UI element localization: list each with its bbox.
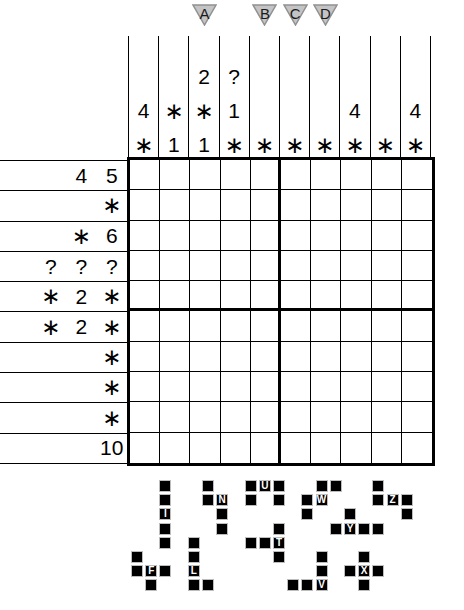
col-clue: ∗ bbox=[220, 126, 249, 160]
col-clue: ∗ bbox=[189, 92, 218, 126]
col-clue: ∗ bbox=[310, 126, 339, 160]
marker-letter: D bbox=[313, 5, 338, 22]
pentomino-letter: F bbox=[148, 566, 154, 576]
grid-cell[interactable] bbox=[311, 190, 341, 220]
pentomino-square-t bbox=[259, 537, 271, 549]
col-clue: ∗ bbox=[340, 126, 369, 160]
grid-cell[interactable] bbox=[402, 281, 432, 311]
pentomino-letter: T bbox=[276, 538, 282, 548]
pentomino-letter: L bbox=[191, 566, 197, 576]
row-clue: 5 bbox=[97, 164, 128, 188]
pentomino-square-n: N bbox=[216, 494, 228, 506]
column-marker-a: A bbox=[192, 4, 217, 26]
pentomino-square-w: W bbox=[316, 494, 328, 506]
grid-cell[interactable] bbox=[341, 372, 371, 402]
pentomino-square-i bbox=[159, 480, 171, 492]
pentomino-square-z: Z bbox=[387, 494, 399, 506]
pentomino-square-l bbox=[188, 579, 200, 591]
grid-cell[interactable] bbox=[221, 160, 251, 190]
grid-cell[interactable] bbox=[130, 372, 160, 402]
pentomino-square-u: U bbox=[259, 480, 271, 492]
grid-cell[interactable] bbox=[402, 160, 432, 190]
row-clue-row: 45 bbox=[0, 161, 127, 191]
grid-cell[interactable] bbox=[372, 251, 402, 281]
pentomino-square-u bbox=[273, 494, 285, 506]
pentomino-letter: Z bbox=[390, 495, 396, 505]
col-clue: ? bbox=[220, 58, 249, 92]
col-clue-column: ∗ bbox=[371, 36, 401, 160]
grid-cell[interactable] bbox=[281, 311, 311, 341]
row-clue: 2 bbox=[66, 315, 97, 339]
pentomino-letter: V bbox=[318, 580, 325, 590]
pentomino-letter: W bbox=[317, 495, 326, 505]
grid-cell[interactable] bbox=[160, 281, 190, 311]
column-marker-c: C bbox=[283, 4, 308, 26]
pentomino-letter: Y bbox=[347, 524, 354, 534]
col-clue-column: ∗ bbox=[310, 36, 340, 160]
pentomino-square-f bbox=[131, 565, 143, 577]
pentomino-square-y bbox=[344, 508, 356, 520]
col-clue: ∗ bbox=[401, 126, 430, 160]
grid-cell[interactable] bbox=[251, 190, 281, 220]
grid-cell[interactable] bbox=[311, 402, 341, 432]
pentomino-square-u bbox=[245, 494, 257, 506]
row-clue: ∗ bbox=[97, 344, 128, 371]
pentomino-square-t bbox=[245, 537, 257, 549]
pentomino-letter: N bbox=[219, 495, 226, 505]
grid-cell[interactable] bbox=[372, 342, 402, 372]
row-clue: 6 bbox=[97, 224, 128, 248]
grid-cell[interactable] bbox=[251, 251, 281, 281]
pentomino-square-f bbox=[131, 551, 143, 563]
grid-cell[interactable] bbox=[311, 281, 341, 311]
grid-cell[interactable] bbox=[311, 433, 341, 463]
pentomino-square-v: V bbox=[316, 579, 328, 591]
grid-cell[interactable] bbox=[130, 160, 160, 190]
col-clue: 4 bbox=[129, 92, 158, 126]
pentomino-square-t bbox=[273, 551, 285, 563]
grid-cell[interactable] bbox=[190, 190, 220, 220]
grid-cell[interactable] bbox=[311, 372, 341, 402]
grid-cell[interactable] bbox=[221, 402, 251, 432]
row-clue: ∗ bbox=[97, 374, 128, 401]
col-clue: 4 bbox=[340, 92, 369, 126]
grid-cell[interactable] bbox=[130, 342, 160, 372]
grid-cell[interactable] bbox=[251, 221, 281, 251]
grid-cell[interactable] bbox=[221, 221, 251, 251]
grid-cell[interactable] bbox=[402, 433, 432, 463]
pentomino-square-l bbox=[188, 537, 200, 549]
grid-cell[interactable] bbox=[402, 342, 432, 372]
pentomino-square-t bbox=[273, 523, 285, 535]
grid-cell[interactable] bbox=[160, 402, 190, 432]
row-clue-row: ∗ bbox=[0, 343, 127, 373]
pentomino-square-z bbox=[401, 508, 413, 520]
grid-cell[interactable] bbox=[372, 160, 402, 190]
grid-cell[interactable] bbox=[402, 402, 432, 432]
grid-cell[interactable] bbox=[311, 342, 341, 372]
column-clues: 4∗∗12∗1?1∗∗∗∗4∗∗4∗ bbox=[128, 36, 431, 160]
col-clue-column: ∗ bbox=[280, 36, 310, 160]
pentomino-square-x: X bbox=[358, 565, 370, 577]
row-clue: 4 bbox=[66, 164, 97, 188]
grid-cell[interactable] bbox=[160, 311, 190, 341]
col-clue: 1 bbox=[189, 126, 218, 160]
row-clue: ? bbox=[66, 255, 97, 279]
pentomino-square-z bbox=[372, 480, 384, 492]
row-clue-row: ∗ bbox=[0, 373, 127, 403]
grid-cell[interactable] bbox=[160, 342, 190, 372]
row-clue: ∗ bbox=[97, 283, 128, 310]
row-clue-row: ∗6 bbox=[0, 222, 127, 252]
pentomino-letter: X bbox=[361, 566, 368, 576]
pentomino-square-u bbox=[245, 480, 257, 492]
pentomino-square-x bbox=[358, 579, 370, 591]
grid-cell[interactable] bbox=[341, 402, 371, 432]
pentomino-square-x bbox=[372, 565, 384, 577]
pentomino-square-x bbox=[358, 551, 370, 563]
col-clue-column: ∗1 bbox=[159, 36, 189, 160]
grid-cell[interactable] bbox=[160, 190, 190, 220]
grid-cell[interactable] bbox=[251, 342, 281, 372]
column-marker-b: B bbox=[252, 4, 277, 26]
col-clue-column: 4∗ bbox=[401, 36, 431, 160]
grid-cell[interactable] bbox=[190, 372, 220, 402]
grid-cell[interactable] bbox=[281, 251, 311, 281]
col-clue: ∗ bbox=[371, 126, 400, 160]
col-clue: ∗ bbox=[250, 126, 279, 160]
col-clue: ∗ bbox=[129, 126, 158, 160]
marker-letter: C bbox=[283, 5, 308, 22]
pentomino-square-y bbox=[330, 523, 342, 535]
grid-cell[interactable] bbox=[281, 433, 311, 463]
grid-cell[interactable] bbox=[251, 433, 281, 463]
row-clue-row: ∗2∗ bbox=[0, 282, 127, 312]
pentomino-square-n bbox=[202, 494, 214, 506]
pentomino-square-i bbox=[159, 537, 171, 549]
pentomino-square-n bbox=[216, 523, 228, 535]
row-clues: 45∗∗6???∗2∗∗2∗∗∗∗10 bbox=[0, 160, 127, 464]
grid-cell[interactable] bbox=[281, 281, 311, 311]
pentomino-square-n bbox=[216, 508, 228, 520]
grid-cell[interactable] bbox=[281, 190, 311, 220]
pentomino-square-v bbox=[301, 579, 313, 591]
pentomino-square-i bbox=[159, 523, 171, 535]
pentomino-square-z bbox=[372, 494, 384, 506]
row-clue-row: 10 bbox=[0, 434, 127, 464]
grid-cell[interactable] bbox=[251, 160, 281, 190]
grid-cell[interactable] bbox=[402, 311, 432, 341]
pentomino-square-w bbox=[301, 508, 313, 520]
grid-cell[interactable] bbox=[221, 251, 251, 281]
row-clue: ∗ bbox=[97, 405, 128, 432]
grid-cell[interactable] bbox=[160, 160, 190, 190]
grid-cell[interactable] bbox=[341, 433, 371, 463]
pentomino-square-n bbox=[202, 480, 214, 492]
grid-cell[interactable] bbox=[221, 372, 251, 402]
grid-cell[interactable] bbox=[311, 251, 341, 281]
row-clue: ∗ bbox=[36, 314, 67, 341]
grid-cell[interactable] bbox=[372, 190, 402, 220]
pentomino-square-v bbox=[287, 579, 299, 591]
grid-cell[interactable] bbox=[311, 160, 341, 190]
grid-cell[interactable] bbox=[251, 402, 281, 432]
puzzle-page: ABCD 4∗∗12∗1?1∗∗∗∗4∗∗4∗ 45∗∗6???∗2∗∗2∗∗∗… bbox=[0, 0, 464, 610]
row-clue: ∗ bbox=[36, 283, 67, 310]
row-clue: ∗ bbox=[66, 223, 97, 250]
grid-cell[interactable] bbox=[130, 251, 160, 281]
grid-cell[interactable] bbox=[372, 281, 402, 311]
pentomino-square-t: T bbox=[273, 537, 285, 549]
row-clue: ∗ bbox=[97, 192, 128, 219]
row-clue-row: ∗ bbox=[0, 191, 127, 221]
grid-cell[interactable] bbox=[341, 342, 371, 372]
col-clue-column: ?1∗ bbox=[220, 36, 250, 160]
row-clue: ? bbox=[97, 255, 128, 279]
pentomino-square-i bbox=[159, 494, 171, 506]
grid-cell[interactable] bbox=[341, 251, 371, 281]
col-clue-column: ∗ bbox=[250, 36, 280, 160]
grid-cell[interactable] bbox=[402, 251, 432, 281]
grid-cell[interactable] bbox=[402, 372, 432, 402]
grid-cell[interactable] bbox=[372, 372, 402, 402]
grid-cell[interactable] bbox=[341, 190, 371, 220]
pentomino-square-l bbox=[188, 551, 200, 563]
grid-cell[interactable] bbox=[190, 281, 220, 311]
pentomino-letter: I bbox=[164, 509, 167, 519]
grid-cell[interactable] bbox=[190, 221, 220, 251]
pentomino-square-y bbox=[358, 523, 370, 535]
grid-cell[interactable] bbox=[341, 221, 371, 251]
pentomino-square-v bbox=[316, 565, 328, 577]
grid-cell[interactable] bbox=[221, 281, 251, 311]
pentomino-square-f: F bbox=[145, 565, 157, 577]
row-clue-row: ∗2∗ bbox=[0, 312, 127, 342]
grid-cell[interactable] bbox=[402, 221, 432, 251]
pentomino-square-u bbox=[273, 480, 285, 492]
col-clue-column: 4∗ bbox=[129, 36, 159, 160]
row-clue: 2 bbox=[66, 285, 97, 309]
grid-cell[interactable] bbox=[281, 402, 311, 432]
grid-cell[interactable] bbox=[281, 221, 311, 251]
row-clue: ∗ bbox=[97, 314, 128, 341]
marker-letter: A bbox=[192, 5, 217, 22]
grid-cell[interactable] bbox=[190, 402, 220, 432]
pentomino-letter: U bbox=[261, 481, 268, 491]
grid-cell[interactable] bbox=[190, 311, 220, 341]
col-clue: 1 bbox=[159, 126, 188, 160]
pentomino-square-y bbox=[372, 523, 384, 535]
grid-cell[interactable] bbox=[251, 311, 281, 341]
pentomino-square-x bbox=[344, 565, 356, 577]
pentomino-square-v bbox=[316, 551, 328, 563]
col-clue: ∗ bbox=[280, 126, 309, 160]
grid-cell[interactable] bbox=[311, 311, 341, 341]
grid-cell[interactable] bbox=[130, 433, 160, 463]
grid-cell[interactable] bbox=[251, 281, 281, 311]
grid-cell[interactable] bbox=[341, 281, 371, 311]
puzzle-grid bbox=[127, 157, 435, 466]
grid-cell[interactable] bbox=[190, 433, 220, 463]
col-clue-column: 2∗1 bbox=[189, 36, 219, 160]
col-clue-column: 4∗ bbox=[340, 36, 370, 160]
grid-cell[interactable] bbox=[281, 342, 311, 372]
marker-letter: B bbox=[252, 5, 277, 22]
pentomino-square-l bbox=[202, 579, 214, 591]
grid-cell[interactable] bbox=[221, 342, 251, 372]
grid-cell[interactable] bbox=[160, 221, 190, 251]
grid-cell[interactable] bbox=[281, 160, 311, 190]
grid-cell[interactable] bbox=[281, 372, 311, 402]
pentomino-square-y: Y bbox=[344, 523, 356, 535]
grid-cell[interactable] bbox=[372, 402, 402, 432]
grid-cell[interactable] bbox=[372, 433, 402, 463]
grid-cell[interactable] bbox=[341, 160, 371, 190]
col-clue: 2 bbox=[189, 58, 218, 92]
grid-cell[interactable] bbox=[221, 190, 251, 220]
grid-cell[interactable] bbox=[130, 281, 160, 311]
pentomino-square-f bbox=[159, 565, 171, 577]
pentomino-square-l: L bbox=[188, 565, 200, 577]
row-clue-row: ∗ bbox=[0, 403, 127, 433]
grid-cell[interactable] bbox=[402, 190, 432, 220]
grid-cell[interactable] bbox=[372, 311, 402, 341]
grid-cell[interactable] bbox=[160, 433, 190, 463]
col-clue: 1 bbox=[220, 92, 249, 126]
pentomino-square-z bbox=[401, 494, 413, 506]
pentomino-square-f bbox=[145, 579, 157, 591]
pentomino-square-w bbox=[301, 494, 313, 506]
grid-cell[interactable] bbox=[190, 160, 220, 190]
grid-cell[interactable] bbox=[130, 311, 160, 341]
grid-cell[interactable] bbox=[190, 342, 220, 372]
row-clue: ? bbox=[36, 255, 67, 279]
grid-cell[interactable] bbox=[251, 372, 281, 402]
pentomino-square-w bbox=[330, 480, 342, 492]
col-clue: ∗ bbox=[159, 92, 188, 126]
grid-cell[interactable] bbox=[372, 221, 402, 251]
row-clue-row: ??? bbox=[0, 252, 127, 282]
pentomino-square-w bbox=[316, 480, 328, 492]
pentomino-square-i: I bbox=[159, 508, 171, 520]
row-clue: 10 bbox=[97, 436, 128, 460]
grid-cell[interactable] bbox=[160, 251, 190, 281]
grid-cell[interactable] bbox=[221, 311, 251, 341]
grid-cell[interactable] bbox=[130, 402, 160, 432]
grid-cell[interactable] bbox=[311, 221, 341, 251]
col-clue: 4 bbox=[401, 92, 430, 126]
column-marker-d: D bbox=[313, 4, 338, 26]
grid-cell[interactable] bbox=[190, 251, 220, 281]
grid-cell[interactable] bbox=[221, 433, 251, 463]
grid-cell[interactable] bbox=[130, 221, 160, 251]
grid-cell[interactable] bbox=[160, 372, 190, 402]
grid-cell[interactable] bbox=[341, 311, 371, 341]
grid-cell[interactable] bbox=[130, 190, 160, 220]
